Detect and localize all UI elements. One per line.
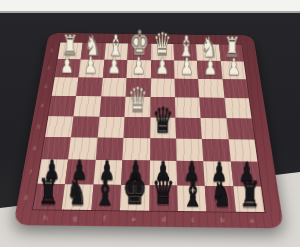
square-a2[interactable]: ♟ (220, 61, 246, 79)
square-h8[interactable]: ♜ (33, 183, 65, 209)
square-a4[interactable] (224, 98, 251, 118)
rank-label-2: 2 (43, 59, 55, 77)
square-b8[interactable]: ♞ (205, 186, 236, 212)
square-d8[interactable]: ♛ (149, 185, 178, 211)
chess-board[interactable]: ♜♞♝♚♛♝♞♜♟♟♟♟♟♟♟♟♛♛♟♟♟♟♟♟♟♟♜♞♝♚♛♝♞♜ (32, 42, 266, 213)
square-d3[interactable] (150, 78, 175, 97)
square-f3[interactable] (101, 78, 127, 97)
square-g5[interactable] (71, 116, 99, 137)
file-coordinates: hgfedcba (30, 212, 267, 226)
white-pawn-b2[interactable]: ♟ (203, 56, 217, 80)
square-e2[interactable]: ♟ (127, 60, 151, 78)
square-h3[interactable] (52, 77, 79, 96)
square-h2[interactable]: ♟ (55, 59, 81, 77)
black-queen-d5[interactable]: ♛ (152, 103, 173, 139)
file-label-a: a (237, 216, 267, 224)
file-label-c: c (178, 215, 208, 223)
file-label-e: e (119, 214, 149, 222)
white-pawn-f2[interactable]: ♟ (108, 54, 122, 78)
square-b3[interactable] (198, 79, 224, 98)
file-label-d: d (149, 215, 179, 223)
square-h5[interactable] (45, 116, 74, 137)
square-a3[interactable] (222, 79, 249, 98)
square-b5[interactable] (201, 118, 229, 140)
perspective-wrapper: ♜♞♝♚♛♝♞♜♟♟♟♟♟♟♟♟♛♛♟♟♟♟♟♟♟♟♜♞♝♚♛♝♞♜ hgfed… (0, 0, 300, 247)
square-g8[interactable]: ♞ (62, 184, 93, 210)
square-h4[interactable] (49, 96, 77, 116)
white-queen-e4[interactable]: ♛ (127, 83, 148, 117)
white-pawn-c2[interactable]: ♟ (179, 55, 193, 79)
square-b4[interactable] (199, 98, 226, 118)
file-label-h: h (30, 213, 61, 221)
square-f2[interactable]: ♟ (103, 60, 128, 78)
square-d2[interactable]: ♟ (150, 60, 174, 78)
file-label-f: f (89, 214, 119, 222)
chess-board-frame: ♜♞♝♚♛♝♞♜♟♟♟♟♟♟♟♟♛♛♟♟♟♟♟♟♟♟♜♞♝♚♛♝♞♜ hgfed… (13, 33, 284, 228)
square-g4[interactable] (74, 96, 101, 116)
square-f4[interactable] (99, 96, 125, 116)
square-e8[interactable]: ♚ (120, 185, 149, 211)
black-bishop-f8[interactable]: ♝ (95, 174, 117, 211)
white-pawn-e2[interactable]: ♟ (132, 55, 146, 79)
square-a8[interactable]: ♜ (233, 186, 264, 212)
file-label-g: g (60, 214, 90, 222)
white-pawn-d2[interactable]: ♟ (156, 55, 170, 79)
file-label-b: b (207, 216, 237, 224)
square-c5[interactable] (175, 117, 202, 139)
square-c4[interactable] (175, 97, 201, 117)
square-c8[interactable]: ♝ (177, 185, 207, 211)
square-d5[interactable]: ♛ (150, 117, 176, 139)
black-king-e8[interactable]: ♚ (122, 169, 147, 211)
square-a5[interactable] (226, 118, 254, 140)
black-rook-a8[interactable]: ♜ (240, 177, 261, 212)
square-f8[interactable]: ♝ (91, 184, 121, 210)
black-rook-h8[interactable]: ♜ (37, 174, 58, 209)
square-b2[interactable]: ♟ (197, 61, 222, 79)
square-g2[interactable]: ♟ (79, 60, 104, 78)
square-f5[interactable] (97, 116, 124, 138)
black-queen-d8[interactable]: ♛ (152, 172, 176, 211)
square-e5[interactable] (124, 117, 150, 139)
square-c3[interactable] (174, 79, 199, 98)
white-pawn-a2[interactable]: ♟ (227, 56, 241, 80)
square-e4[interactable]: ♛ (125, 97, 151, 117)
rank-label-3: 3 (39, 77, 52, 96)
black-bishop-c8[interactable]: ♝ (181, 175, 203, 212)
black-knight-b8[interactable]: ♞ (211, 176, 232, 211)
white-pawn-h2[interactable]: ♟ (60, 54, 74, 78)
square-g3[interactable] (76, 77, 102, 96)
black-knight-g8[interactable]: ♞ (66, 175, 87, 210)
white-pawn-g2[interactable]: ♟ (84, 54, 98, 78)
chess-set-photo: ♜♞♝♚♛♝♞♜♟♟♟♟♟♟♟♟♛♛♟♟♟♟♟♟♟♟♜♞♝♚♛♝♞♜ hgfed… (0, 0, 300, 247)
square-c2[interactable]: ♟ (174, 61, 198, 79)
rank-label-1: 1 (46, 42, 58, 59)
